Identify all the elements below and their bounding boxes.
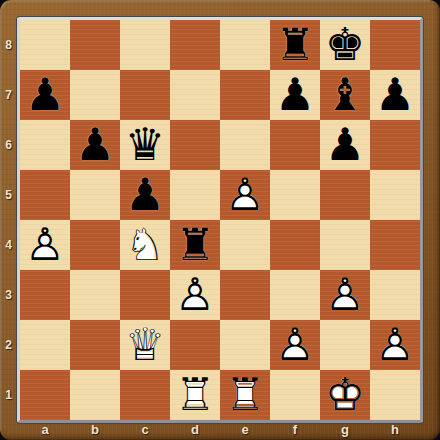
square-g7[interactable]: ♝ [320,70,370,120]
white-pawn[interactable]: ♟♙ [220,170,270,220]
file-label-c: c [120,422,170,440]
square-h5[interactable] [370,170,420,220]
white-rook[interactable]: ♜♖ [220,370,270,420]
white-rook[interactable]: ♜♖ [170,370,220,420]
chess-app-window: 87654321 abcdefgh ♜♚♟♟♝♟♟♛♟♟♟♙♟♙♞♘♜♟♙♟♙♛… [0,0,440,440]
piece-glyph-outline: ♙ [370,320,420,370]
square-f8[interactable]: ♜ [270,20,320,70]
white-pawn[interactable]: ♟♙ [270,320,320,370]
square-d3[interactable]: ♟♙ [170,270,220,320]
piece-glyph-fill: ♟ [20,70,70,120]
square-c4[interactable]: ♞♘ [120,220,170,270]
square-c3[interactable] [120,270,170,320]
square-f6[interactable] [270,120,320,170]
piece-glyph-fill: ♟ [270,70,320,120]
square-e3[interactable] [220,270,270,320]
square-h4[interactable] [370,220,420,270]
piece-glyph-fill: ♟ [320,120,370,170]
square-f3[interactable] [270,270,320,320]
square-a5[interactable] [20,170,70,220]
black-pawn[interactable]: ♟ [120,170,170,220]
square-c8[interactable] [120,20,170,70]
rank-label-7: 7 [0,70,17,120]
square-b1[interactable] [70,370,120,420]
file-label-a: a [20,422,70,440]
black-queen[interactable]: ♛ [120,120,170,170]
chess-board: ♜♚♟♟♝♟♟♛♟♟♟♙♟♙♞♘♜♟♙♟♙♛♕♟♙♟♙♜♖♜♖♚♔ [20,20,420,420]
piece-glyph-fill: ♛ [120,120,170,170]
black-bishop[interactable]: ♝ [320,70,370,120]
board-border: ♜♚♟♟♝♟♟♛♟♟♟♙♟♙♞♘♜♟♙♟♙♛♕♟♙♟♙♜♖♜♖♚♔ [17,17,423,423]
piece-glyph-outline: ♙ [270,320,320,370]
white-knight[interactable]: ♞♘ [120,220,170,270]
square-b4[interactable] [70,220,120,270]
square-h7[interactable]: ♟ [370,70,420,120]
file-label-b: b [70,422,120,440]
square-g8[interactable]: ♚ [320,20,370,70]
square-g5[interactable] [320,170,370,220]
piece-glyph-fill: ♟ [120,170,170,220]
black-rook[interactable]: ♜ [170,220,220,270]
square-e1[interactable]: ♜♖ [220,370,270,420]
file-label-f: f [270,422,320,440]
square-h3[interactable] [370,270,420,320]
square-a3[interactable] [20,270,70,320]
square-e4[interactable] [220,220,270,270]
rank-label-5: 5 [0,170,17,220]
square-d8[interactable] [170,20,220,70]
white-pawn[interactable]: ♟♙ [370,320,420,370]
piece-glyph-fill: ♟ [370,70,420,120]
square-a6[interactable] [20,120,70,170]
rank-label-4: 4 [0,220,17,270]
white-pawn[interactable]: ♟♙ [320,270,370,320]
square-c6[interactable]: ♛ [120,120,170,170]
square-d5[interactable] [170,170,220,220]
square-g1[interactable]: ♚♔ [320,370,370,420]
square-h2[interactable]: ♟♙ [370,320,420,370]
square-h6[interactable] [370,120,420,170]
rank-label-3: 3 [0,270,17,320]
square-b8[interactable] [70,20,120,70]
square-f7[interactable]: ♟ [270,70,320,120]
piece-glyph-fill: ♚ [320,20,370,70]
rank-label-6: 6 [0,120,17,170]
piece-glyph-fill: ♝ [320,70,370,120]
square-d2[interactable] [170,320,220,370]
file-label-h: h [370,422,420,440]
square-g2[interactable] [320,320,370,370]
rank-label-8: 8 [0,20,17,70]
black-pawn[interactable]: ♟ [270,70,320,120]
square-c5[interactable]: ♟ [120,170,170,220]
rank-label-1: 1 [0,370,17,420]
square-d6[interactable] [170,120,220,170]
black-pawn[interactable]: ♟ [370,70,420,120]
black-king[interactable]: ♚ [320,20,370,70]
white-queen[interactable]: ♛♕ [120,320,170,370]
piece-glyph-outline: ♙ [320,270,370,320]
square-f4[interactable] [270,220,320,270]
piece-glyph-outline: ♘ [120,220,170,270]
rank-label-2: 2 [0,320,17,370]
square-b5[interactable] [70,170,120,220]
square-a7[interactable]: ♟ [20,70,70,120]
white-pawn[interactable]: ♟♙ [20,220,70,270]
square-h1[interactable] [370,370,420,420]
black-pawn[interactable]: ♟ [320,120,370,170]
piece-glyph-outline: ♙ [20,220,70,270]
square-g3[interactable]: ♟♙ [320,270,370,320]
square-c1[interactable] [120,370,170,420]
white-pawn[interactable]: ♟♙ [170,270,220,320]
square-b6[interactable]: ♟ [70,120,120,170]
square-d7[interactable] [170,70,220,120]
piece-glyph-outline: ♕ [120,320,170,370]
piece-glyph-outline: ♙ [220,170,270,220]
file-label-g: g [320,422,370,440]
square-a4[interactable]: ♟♙ [20,220,70,270]
file-label-d: d [170,422,220,440]
square-e2[interactable] [220,320,270,370]
square-b7[interactable] [70,70,120,120]
square-a8[interactable] [20,20,70,70]
square-c2[interactable]: ♛♕ [120,320,170,370]
piece-glyph-outline: ♙ [170,270,220,320]
square-f5[interactable] [270,170,320,220]
black-pawn[interactable]: ♟ [20,70,70,120]
square-a2[interactable] [20,320,70,370]
square-a1[interactable] [20,370,70,420]
piece-glyph-fill: ♜ [270,20,320,70]
piece-glyph-fill: ♟ [70,120,120,170]
file-label-e: e [220,422,270,440]
piece-glyph-fill: ♜ [170,220,220,270]
square-d1[interactable]: ♜♖ [170,370,220,420]
square-g4[interactable] [320,220,370,270]
square-f2[interactable]: ♟♙ [270,320,320,370]
square-c7[interactable] [120,70,170,120]
square-h8[interactable] [370,20,420,70]
black-rook[interactable]: ♜ [270,20,320,70]
square-b3[interactable] [70,270,120,320]
piece-glyph-outline: ♖ [170,370,220,420]
square-g6[interactable]: ♟ [320,120,370,170]
square-f1[interactable] [270,370,320,420]
square-e5[interactable]: ♟♙ [220,170,270,220]
square-b2[interactable] [70,320,120,370]
square-e7[interactable] [220,70,270,120]
black-pawn[interactable]: ♟ [70,120,120,170]
square-d4[interactable]: ♜ [170,220,220,270]
piece-glyph-outline: ♖ [220,370,270,420]
square-e8[interactable] [220,20,270,70]
white-king[interactable]: ♚♔ [320,370,370,420]
square-e6[interactable] [220,120,270,170]
piece-glyph-outline: ♔ [320,370,370,420]
